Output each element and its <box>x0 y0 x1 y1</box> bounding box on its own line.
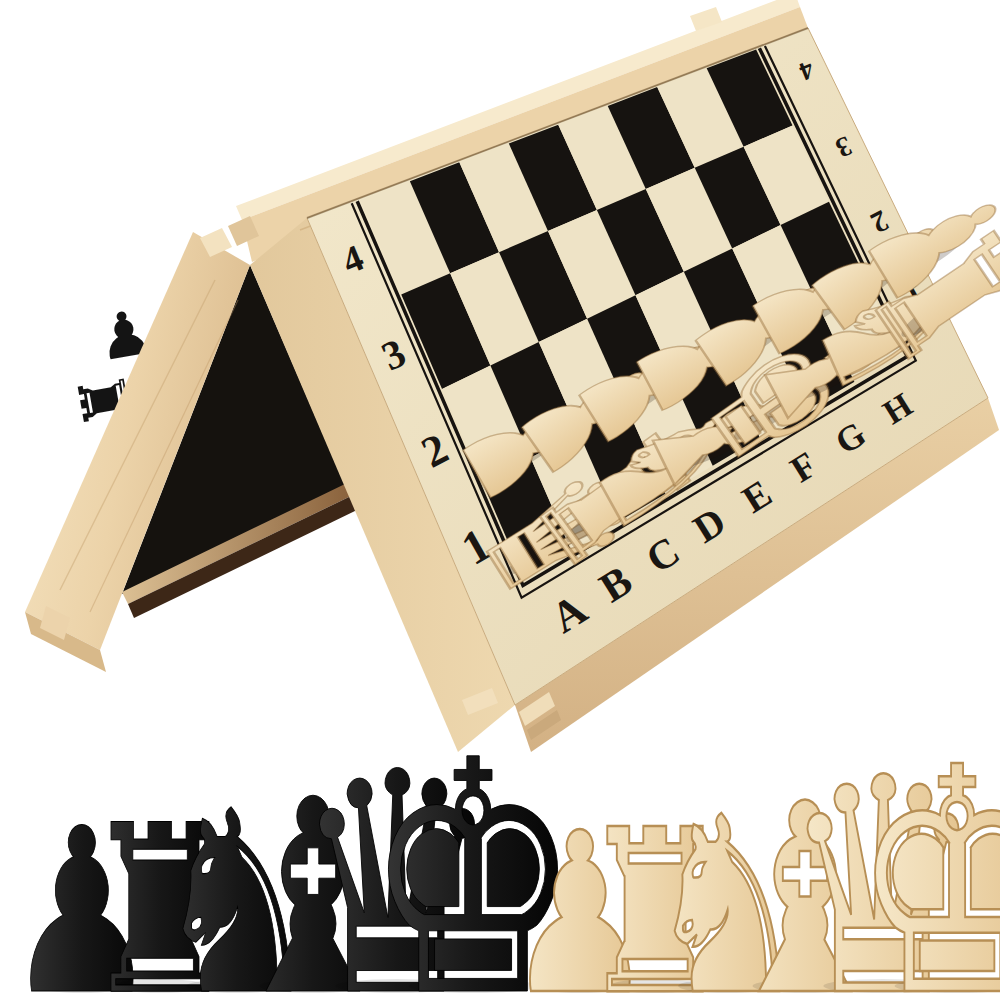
chess-set-product-photo: 43214321ABCDEFGH ♟♜ ♟♟♟♟♟♟♟♟♛♜♞♝♚♝♞♜ ♟♜♞… <box>0 0 1000 1000</box>
chess-set-scene: 43214321ABCDEFGH ♟♜ ♟♟♟♟♟♟♟♟♛♜♞♝♚♝♞♜ ♟♜♞… <box>0 0 1000 1000</box>
piece-lineups: ♟♜♞♝♛♚♟♜♞♝♛♚ <box>5 692 1000 1000</box>
lineup-white-king: ♚ <box>852 701 1000 1000</box>
